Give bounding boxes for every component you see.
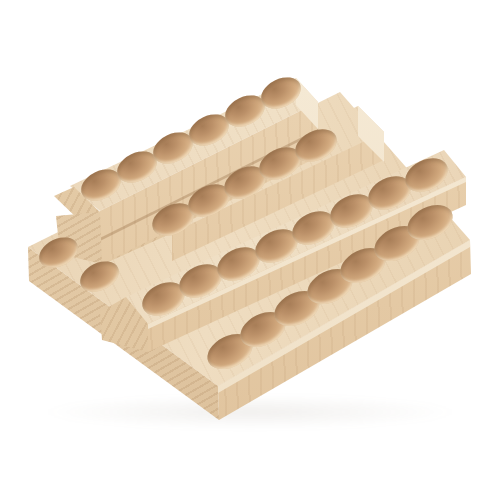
product-photo-stage: Unfinished natural wood 3-step tiered ra… <box>0 0 500 500</box>
